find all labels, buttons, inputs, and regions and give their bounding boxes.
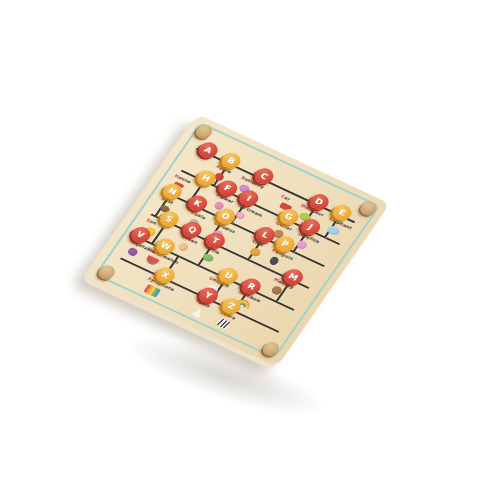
penguin-icon: [269, 256, 281, 267]
watermelon-icon: [144, 255, 159, 267]
label-rest: ar: [283, 195, 291, 201]
label-sun: Sun: [145, 218, 157, 226]
yacht-icon: [191, 306, 205, 318]
jellyfish-icon: [295, 239, 308, 250]
label-rest: un: [148, 219, 157, 226]
turtle-icon: [201, 253, 215, 264]
queen-icon: [177, 242, 190, 253]
zebra-icon: [216, 318, 231, 330]
ice-cream-icon: [235, 210, 246, 219]
alphabet-maze-board: AppleAButterflyBCarCDinosaurDElephantEHo…: [85, 114, 390, 367]
maze: AppleAButterflyBCarCDinosaurDElephantEHo…: [85, 114, 390, 367]
label-car: Car: [280, 194, 291, 202]
scene: AppleAButterflyBCarCDinosaurDElephantEHo…: [0, 0, 500, 500]
vegetable-icon: [126, 247, 139, 258]
